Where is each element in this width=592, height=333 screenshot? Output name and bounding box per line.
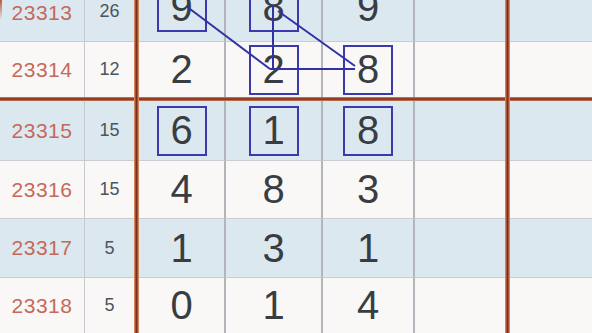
digit: 9 [343, 0, 393, 32]
empty-cell [413, 218, 505, 277]
issue-cell: 23313 [0, 0, 84, 41]
issue-cell: 23315 [0, 101, 84, 160]
red-edge-sliver [0, 0, 2, 20]
count-cell: 5 [84, 218, 134, 277]
boxed-digit: 8 [343, 45, 393, 95]
issue-cell: 23317 [0, 218, 84, 277]
count-value: 15 [99, 120, 119, 141]
count-cell: 26 [84, 0, 134, 41]
issue-cell: 23316 [0, 160, 84, 218]
empty-cell [413, 160, 505, 218]
digit-cell: 3 [321, 160, 413, 218]
digit: 3 [249, 223, 299, 273]
digit-cell: 9 [139, 0, 224, 41]
count-value: 15 [99, 179, 119, 200]
digit: 8 [249, 165, 299, 215]
boxed-digit: 8 [343, 106, 393, 156]
red-vertical-divider-right [505, 0, 510, 333]
issue-cell: 23314 [0, 41, 84, 97]
count-value: 5 [104, 238, 114, 259]
empty-cell [413, 41, 505, 97]
issue-number: 23317 [12, 236, 73, 260]
count-cell: 15 [84, 101, 134, 160]
trend-table: 23313 26 9 8 9 23314 12 2 2 8 23315 15 6… [0, 0, 592, 333]
digit-cell: 3 [224, 218, 321, 277]
count-value: 12 [99, 59, 119, 80]
digit: 2 [157, 45, 207, 95]
digit-cell: 2 [224, 41, 321, 97]
digit-cell: 8 [321, 101, 413, 160]
digit: 3 [343, 165, 393, 215]
count-value: 5 [104, 295, 114, 316]
digit: 4 [343, 281, 393, 331]
empty-cell [413, 277, 505, 333]
digit-cell: 0 [139, 277, 224, 333]
empty-cell [510, 218, 592, 277]
empty-cell [510, 277, 592, 333]
boxed-digit: 2 [249, 45, 299, 95]
issue-number: 23318 [12, 294, 73, 318]
digit: 1 [249, 281, 299, 331]
empty-cell [510, 41, 592, 97]
empty-cell [413, 0, 505, 41]
issue-number: 23314 [12, 58, 73, 82]
issue-number: 23315 [12, 119, 73, 143]
digit-cell: 4 [321, 277, 413, 333]
empty-cell [510, 101, 592, 160]
digit-cell: 6 [139, 101, 224, 160]
digit-cell: 1 [224, 277, 321, 333]
count-cell: 5 [84, 277, 134, 333]
boxed-digit: 6 [157, 106, 207, 156]
boxed-digit: 9 [157, 0, 207, 32]
empty-cell [413, 101, 505, 160]
trend-chart-screen: 23313 26 9 8 9 23314 12 2 2 8 23315 15 6… [0, 0, 592, 333]
digit-cell: 8 [321, 41, 413, 97]
digit-cell: 9 [321, 0, 413, 41]
digit-cell: 8 [224, 0, 321, 41]
digit-cell: 1 [321, 218, 413, 277]
digit-cell: 2 [139, 41, 224, 97]
issue-cell: 23318 [0, 277, 84, 333]
digit-cell: 1 [139, 218, 224, 277]
digit-cell: 4 [139, 160, 224, 218]
digit: 1 [343, 223, 393, 273]
count-cell: 12 [84, 41, 134, 97]
count-value: 26 [99, 1, 119, 22]
count-cell: 15 [84, 160, 134, 218]
digit: 4 [157, 165, 207, 215]
boxed-digit: 8 [249, 0, 299, 32]
red-vertical-divider-left [134, 0, 139, 333]
digit-cell: 1 [224, 101, 321, 160]
boxed-digit: 1 [249, 106, 299, 156]
empty-cell [510, 160, 592, 218]
issue-number: 23313 [12, 1, 73, 25]
digit: 1 [157, 223, 207, 273]
digit: 0 [157, 281, 207, 331]
empty-cell [510, 0, 592, 41]
issue-number: 23316 [12, 178, 73, 202]
digit-cell: 8 [224, 160, 321, 218]
